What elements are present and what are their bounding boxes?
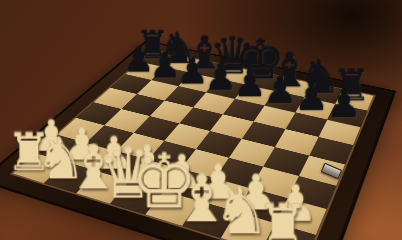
perspective-container: ♜♞♝♛♚♝♞♜♟♟♟♟♟♟♟♟♟♟♟♟♟♟♟♟♜♞♝♛♚♝♞♜ — [0, 0, 402, 240]
square-h1[interactable]: ♜ — [261, 223, 315, 240]
board-frame: ♜♞♝♛♚♝♞♜♟♟♟♟♟♟♟♟♟♟♟♟♟♟♟♟♜♞♝♛♚♝♞♜ — [0, 42, 393, 240]
white-rook-h1[interactable]: ♜ — [256, 196, 310, 240]
chess-board: ♜♞♝♛♚♝♞♜♟♟♟♟♟♟♟♟♟♟♟♟♟♟♟♟♜♞♝♛♚♝♞♜ — [0, 42, 393, 240]
black-pawn-f7[interactable]: ♟ — [263, 71, 297, 109]
chess-photo-scene: ♜♞♝♛♚♝♞♜♟♟♟♟♟♟♟♟♟♟♟♟♟♟♟♟♜♞♝♛♚♝♞♜ — [0, 0, 402, 240]
square-h7[interactable]: ♟ — [327, 104, 367, 127]
black-pawn-e7[interactable]: ♟ — [233, 65, 266, 102]
black-pawn-g7[interactable]: ♟ — [294, 77, 329, 116]
board-grid: ♜♞♝♛♚♝♞♜♟♟♟♟♟♟♟♟♟♟♟♟♟♟♟♟♜♞♝♛♚♝♞♜ — [13, 50, 374, 240]
black-pawn-d7[interactable]: ♟ — [204, 59, 237, 96]
black-pawn-h7[interactable]: ♟ — [326, 84, 361, 123]
